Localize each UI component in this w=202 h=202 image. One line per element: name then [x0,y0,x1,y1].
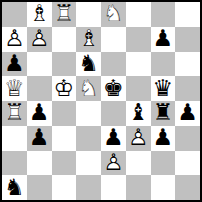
black-queen: ♛ [151,76,176,101]
square-c7[interactable] [52,27,77,52]
black-pawn: ♟ [151,27,176,52]
piece-glyph: ♖ [54,2,75,25]
piece-glyph: ♙ [29,27,50,50]
piece-glyph: ♜ [153,101,174,124]
chess-board: ♝♗♜♖♞♘♟♙♟♙♝♗♟♟♞♛♕♚♔♞♘♚♛♜♖♟♝♜♟♟♟♟♙♟♟♙♞ [0,0,202,202]
square-d2[interactable] [76,151,101,176]
square-c3[interactable] [52,126,77,151]
square-e4[interactable] [101,101,126,126]
black-pawn: ♟ [2,52,27,77]
square-c5[interactable]: ♚♔ [52,76,77,101]
piece-glyph: ♝ [128,101,149,124]
square-g1[interactable] [151,175,176,200]
square-b1[interactable] [27,175,52,200]
piece-glyph: ♗ [29,2,50,25]
square-d4[interactable] [76,101,101,126]
square-f5[interactable] [126,76,151,101]
square-a1[interactable]: ♞ [2,175,27,200]
square-g5[interactable]: ♛ [151,76,176,101]
piece-glyph: ♟ [153,126,174,149]
white-pawn: ♟♙ [101,151,126,176]
piece-glyph: ♙ [128,126,149,149]
white-knight: ♞♘ [76,76,101,101]
square-d8[interactable] [76,2,101,27]
square-f6[interactable] [126,52,151,77]
black-pawn: ♟ [101,126,126,151]
piece-glyph: ♕ [4,76,25,99]
black-king: ♚ [101,76,126,101]
white-pawn: ♟♙ [27,27,52,52]
square-f8[interactable] [126,2,151,27]
square-b3[interactable]: ♟ [27,126,52,151]
piece-glyph: ♟ [103,126,124,149]
square-g6[interactable] [151,52,176,77]
black-bishop: ♝ [126,101,151,126]
black-pawn: ♟ [27,126,52,151]
square-h5[interactable] [175,76,200,101]
square-c4[interactable] [52,101,77,126]
piece-glyph: ♖ [4,101,25,124]
square-f3[interactable]: ♟♙ [126,126,151,151]
piece-glyph: ♛ [153,76,174,99]
square-h1[interactable] [175,175,200,200]
square-c8[interactable]: ♜♖ [52,2,77,27]
square-e7[interactable] [101,27,126,52]
piece-glyph: ♘ [103,2,124,25]
piece-glyph: ♟ [4,51,25,74]
piece-glyph: ♔ [54,76,75,99]
black-knight: ♞ [76,52,101,77]
square-b4[interactable]: ♟ [27,101,52,126]
square-d6[interactable]: ♞ [76,52,101,77]
piece-glyph: ♞ [78,51,99,74]
white-knight: ♞♘ [101,2,126,27]
piece-glyph: ♟ [29,101,50,124]
square-a7[interactable]: ♟♙ [2,27,27,52]
square-a4[interactable]: ♜♖ [2,101,27,126]
square-f7[interactable] [126,27,151,52]
square-c2[interactable] [52,151,77,176]
square-c1[interactable] [52,175,77,200]
square-b6[interactable] [27,52,52,77]
white-rook: ♜♖ [52,2,77,27]
square-a6[interactable]: ♟ [2,52,27,77]
square-e8[interactable]: ♞♘ [101,2,126,27]
square-g8[interactable] [151,2,176,27]
square-e3[interactable]: ♟ [101,126,126,151]
square-a5[interactable]: ♛♕ [2,76,27,101]
piece-glyph: ♙ [103,150,124,173]
square-a8[interactable] [2,2,27,27]
piece-glyph: ♟ [153,27,174,50]
square-b5[interactable] [27,76,52,101]
square-e1[interactable] [101,175,126,200]
black-knight: ♞ [2,175,27,200]
square-d5[interactable]: ♞♘ [76,76,101,101]
square-h4[interactable]: ♟ [175,101,200,126]
square-f1[interactable] [126,175,151,200]
square-h6[interactable] [175,52,200,77]
black-pawn: ♟ [151,126,176,151]
piece-glyph: ♚ [103,76,124,99]
square-a3[interactable] [2,126,27,151]
square-f2[interactable] [126,151,151,176]
piece-glyph: ♘ [78,76,99,99]
square-h8[interactable] [175,2,200,27]
square-h2[interactable] [175,151,200,176]
piece-glyph: ♙ [4,27,25,50]
black-rook: ♜ [151,101,176,126]
black-pawn: ♟ [175,101,200,126]
piece-glyph: ♞ [4,175,25,198]
square-a2[interactable] [2,151,27,176]
square-d1[interactable] [76,175,101,200]
square-g4[interactable]: ♜ [151,101,176,126]
white-pawn: ♟♙ [2,27,27,52]
square-f4[interactable]: ♝ [126,101,151,126]
square-d7[interactable]: ♝♗ [76,27,101,52]
black-pawn: ♟ [27,101,52,126]
square-g2[interactable] [151,151,176,176]
piece-glyph: ♗ [78,27,99,50]
square-e2[interactable]: ♟♙ [101,151,126,176]
square-e6[interactable] [101,52,126,77]
square-e5[interactable]: ♚ [101,76,126,101]
square-c6[interactable] [52,52,77,77]
square-b8[interactable]: ♝♗ [27,2,52,27]
piece-glyph: ♟ [177,101,198,124]
square-h3[interactable] [175,126,200,151]
white-king: ♚♔ [52,76,77,101]
white-queen: ♛♕ [2,76,27,101]
square-b2[interactable] [27,151,52,176]
square-b7[interactable]: ♟♙ [27,27,52,52]
white-pawn: ♟♙ [126,126,151,151]
square-g3[interactable]: ♟ [151,126,176,151]
square-h7[interactable] [175,27,200,52]
white-bishop: ♝♗ [27,2,52,27]
white-rook: ♜♖ [2,101,27,126]
square-d3[interactable] [76,126,101,151]
piece-glyph: ♟ [29,126,50,149]
square-g7[interactable]: ♟ [151,27,176,52]
white-bishop: ♝♗ [76,27,101,52]
